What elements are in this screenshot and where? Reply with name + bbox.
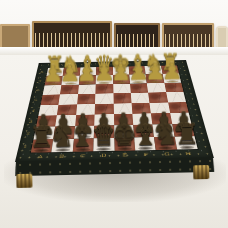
- square-g1: ♞: [154, 136, 177, 150]
- piece-base: [159, 146, 174, 150]
- file-label-a: A: [29, 153, 51, 160]
- file-label-b: B: [51, 153, 73, 160]
- square-g3: [151, 113, 172, 125]
- square-c2: ♟: [74, 126, 95, 139]
- square-h2: ♟: [172, 124, 194, 137]
- board-foot-left: [16, 174, 32, 188]
- rank-label-8: 8: [37, 68, 47, 77]
- square-a3: [36, 115, 57, 127]
- square-d3: [94, 114, 113, 126]
- square-e8: ♚: [113, 66, 130, 75]
- square-e7: ♟: [113, 75, 130, 84]
- square-h7: ♟: [162, 74, 181, 83]
- square-a1: ♜: [31, 139, 54, 153]
- piece-base: [76, 148, 91, 152]
- board-grid: ♜♞♝♛♚♝♞♜♟♟♟♟♟♟♟♟♟♟♟♟♟♟♟♟♜♞♝♛♚♝♞♜: [31, 65, 198, 152]
- square-c7: ♟: [79, 75, 96, 84]
- rank-label-6: 6: [33, 85, 43, 95]
- square-f2: ♟: [133, 125, 154, 138]
- square-c3: [75, 114, 95, 126]
- product-photo-scene: ♜♞♝♛♚♝♞♜♟♟♟♟♟♟♟♟♟♟♟♟♟♟♟♟♜♞♝♛♚♝♞♜ ABCDEFG…: [0, 0, 228, 228]
- square-f7: ♟: [129, 74, 147, 83]
- square-b5: [59, 94, 78, 104]
- square-d8: ♛: [96, 67, 113, 76]
- square-g6: [147, 83, 166, 93]
- square-h6: [164, 83, 183, 93]
- square-d6: [95, 84, 113, 94]
- square-f3: [132, 113, 152, 125]
- square-b1: ♞: [52, 139, 74, 153]
- square-a2: ♟: [34, 127, 56, 140]
- board-top-face: ♜♞♝♛♚♝♞♜♟♟♟♟♟♟♟♟♟♟♟♟♟♟♟♟♜♞♝♛♚♝♞♜ ABCDEFG…: [15, 60, 214, 162]
- piece-base: [97, 147, 112, 151]
- piece-base: [37, 136, 52, 140]
- square-h4: [168, 102, 189, 113]
- board-perspective-wrap: ♜♞♝♛♚♝♞♜♟♟♟♟♟♟♟♟♟♟♟♟♟♟♟♟♜♞♝♛♚♝♞♜ ABCDEFG…: [11, 0, 214, 162]
- file-label-h: H: [177, 150, 200, 157]
- square-e3: [114, 114, 134, 126]
- square-e2: ♟: [114, 125, 134, 138]
- board-foot-right: [193, 165, 209, 179]
- square-g5: [148, 92, 168, 102]
- file-label-g: G: [156, 151, 178, 158]
- square-c6: [78, 84, 96, 94]
- file-label-c: C: [72, 153, 94, 160]
- square-d2: ♟: [94, 125, 114, 138]
- file-label-d: D: [93, 152, 114, 159]
- file-label-e: E: [114, 152, 135, 159]
- chess-board: ♜♞♝♛♚♝♞♜♟♟♟♟♟♟♟♟♟♟♟♟♟♟♟♟♜♞♝♛♚♝♞♜ ABCDEFG…: [0, 0, 228, 228]
- square-g7: ♟: [146, 74, 164, 83]
- rank-label-4: 4: [28, 105, 39, 116]
- rank-label-1: 1: [19, 139, 32, 152]
- square-d4: [95, 103, 114, 114]
- square-b2: ♟: [54, 126, 75, 139]
- square-d5: [95, 93, 113, 103]
- rank-label-2: 2: [22, 127, 34, 139]
- square-e5: [113, 93, 131, 103]
- piece-base: [55, 148, 70, 152]
- rank-label-5: 5: [30, 95, 41, 105]
- square-f4: [131, 103, 151, 114]
- piece-base: [179, 145, 194, 149]
- rank-label-7: 7: [35, 77, 45, 86]
- file-label-f: F: [135, 151, 157, 158]
- square-b4: [57, 104, 77, 115]
- piece-base: [34, 148, 49, 152]
- square-f6: [130, 83, 148, 93]
- rank-label-3: 3: [25, 116, 36, 128]
- square-a5: [41, 94, 61, 104]
- square-d1: ♛: [93, 138, 114, 152]
- square-a7: ♟: [45, 76, 63, 85]
- square-b6: [60, 85, 78, 95]
- piece-base: [138, 146, 153, 150]
- square-a4: [38, 105, 58, 116]
- square-e6: [113, 84, 131, 94]
- square-d7: ♟: [96, 75, 113, 84]
- piece-base: [117, 147, 132, 151]
- square-b3: [55, 115, 75, 127]
- square-f1: ♝: [134, 137, 156, 151]
- square-h5: [166, 92, 186, 102]
- square-h1: ♜: [174, 136, 197, 150]
- square-g4: [150, 102, 170, 113]
- square-e1: ♚: [114, 137, 135, 151]
- square-b7: ♟: [62, 76, 80, 85]
- square-g2: ♟: [153, 124, 175, 137]
- square-f5: [131, 93, 150, 103]
- square-c4: [76, 104, 95, 115]
- square-a6: [43, 85, 62, 95]
- square-e4: [113, 103, 132, 114]
- square-c1: ♝: [73, 138, 94, 152]
- square-h3: [170, 113, 192, 125]
- square-c5: [77, 94, 96, 104]
